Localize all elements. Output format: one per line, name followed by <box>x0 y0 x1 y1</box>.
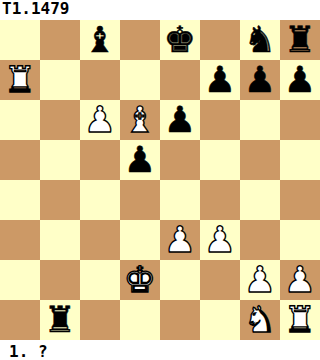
black-pawn[interactable]: ♟ <box>204 60 236 100</box>
white-rook[interactable]: ♜ <box>284 300 316 340</box>
square-h5[interactable] <box>280 140 320 180</box>
white-bishop[interactable]: ♝ <box>124 100 156 140</box>
square-a6[interactable] <box>0 100 40 140</box>
square-f8[interactable] <box>200 20 240 60</box>
square-c7[interactable] <box>80 60 120 100</box>
square-e4[interactable] <box>160 180 200 220</box>
square-c4[interactable] <box>80 180 120 220</box>
black-pawn[interactable]: ♟ <box>284 60 316 100</box>
square-a4[interactable] <box>0 180 40 220</box>
square-d7[interactable] <box>120 60 160 100</box>
square-f5[interactable] <box>200 140 240 180</box>
black-rook[interactable]: ♜ <box>44 300 76 340</box>
square-d3[interactable] <box>120 220 160 260</box>
black-pawn[interactable]: ♟ <box>124 140 156 180</box>
square-h8[interactable]: ♜ <box>280 20 320 60</box>
square-g5[interactable] <box>240 140 280 180</box>
square-f1[interactable] <box>200 300 240 340</box>
white-rook[interactable]: ♜ <box>4 60 36 100</box>
square-g2[interactable]: ♟ <box>240 260 280 300</box>
square-a1[interactable] <box>0 300 40 340</box>
square-d2[interactable]: ♚ <box>120 260 160 300</box>
square-c2[interactable] <box>80 260 120 300</box>
square-a8[interactable] <box>0 20 40 60</box>
square-h4[interactable] <box>280 180 320 220</box>
square-c6[interactable]: ♟ <box>80 100 120 140</box>
square-e3[interactable]: ♟ <box>160 220 200 260</box>
square-h3[interactable] <box>280 220 320 260</box>
move-prompt: 1. ? <box>0 340 320 360</box>
square-b4[interactable] <box>40 180 80 220</box>
square-e5[interactable] <box>160 140 200 180</box>
square-c3[interactable] <box>80 220 120 260</box>
puzzle-id: T1.1479 <box>0 0 320 20</box>
square-e8[interactable]: ♚ <box>160 20 200 60</box>
black-rook[interactable]: ♜ <box>284 20 316 60</box>
square-c8[interactable]: ♝ <box>80 20 120 60</box>
square-c1[interactable] <box>80 300 120 340</box>
white-knight[interactable]: ♞ <box>244 300 276 340</box>
square-h6[interactable] <box>280 100 320 140</box>
square-b3[interactable] <box>40 220 80 260</box>
white-pawn[interactable]: ♟ <box>284 260 316 300</box>
square-f3[interactable]: ♟ <box>200 220 240 260</box>
square-e1[interactable] <box>160 300 200 340</box>
black-pawn[interactable]: ♟ <box>164 100 196 140</box>
white-pawn[interactable]: ♟ <box>84 100 116 140</box>
square-b8[interactable] <box>40 20 80 60</box>
square-d8[interactable] <box>120 20 160 60</box>
white-king[interactable]: ♚ <box>124 260 156 300</box>
square-c5[interactable] <box>80 140 120 180</box>
square-f6[interactable] <box>200 100 240 140</box>
square-h7[interactable]: ♟ <box>280 60 320 100</box>
square-e7[interactable] <box>160 60 200 100</box>
square-b7[interactable] <box>40 60 80 100</box>
square-a7[interactable]: ♜ <box>0 60 40 100</box>
black-bishop[interactable]: ♝ <box>84 20 116 60</box>
square-a2[interactable] <box>0 260 40 300</box>
black-pawn[interactable]: ♟ <box>244 60 276 100</box>
white-pawn[interactable]: ♟ <box>244 260 276 300</box>
square-g6[interactable] <box>240 100 280 140</box>
square-h1[interactable]: ♜ <box>280 300 320 340</box>
square-b5[interactable] <box>40 140 80 180</box>
square-e6[interactable]: ♟ <box>160 100 200 140</box>
square-b2[interactable] <box>40 260 80 300</box>
square-g4[interactable] <box>240 180 280 220</box>
black-king[interactable]: ♚ <box>164 20 196 60</box>
square-g7[interactable]: ♟ <box>240 60 280 100</box>
black-knight[interactable]: ♞ <box>244 20 276 60</box>
square-g1[interactable]: ♞ <box>240 300 280 340</box>
square-d6[interactable]: ♝ <box>120 100 160 140</box>
square-f4[interactable] <box>200 180 240 220</box>
square-g3[interactable] <box>240 220 280 260</box>
square-d5[interactable]: ♟ <box>120 140 160 180</box>
square-f7[interactable]: ♟ <box>200 60 240 100</box>
square-a3[interactable] <box>0 220 40 260</box>
square-b1[interactable]: ♜ <box>40 300 80 340</box>
square-g8[interactable]: ♞ <box>240 20 280 60</box>
white-pawn[interactable]: ♟ <box>204 220 236 260</box>
square-b6[interactable] <box>40 100 80 140</box>
white-pawn[interactable]: ♟ <box>164 220 196 260</box>
square-f2[interactable] <box>200 260 240 300</box>
square-d4[interactable] <box>120 180 160 220</box>
square-h2[interactable]: ♟ <box>280 260 320 300</box>
chess-board: ♝♚♞♜♜♟♟♟♟♝♟♟♟♟♚♟♟♜♞♜ <box>0 20 320 340</box>
square-e2[interactable] <box>160 260 200 300</box>
square-d1[interactable] <box>120 300 160 340</box>
square-a5[interactable] <box>0 140 40 180</box>
